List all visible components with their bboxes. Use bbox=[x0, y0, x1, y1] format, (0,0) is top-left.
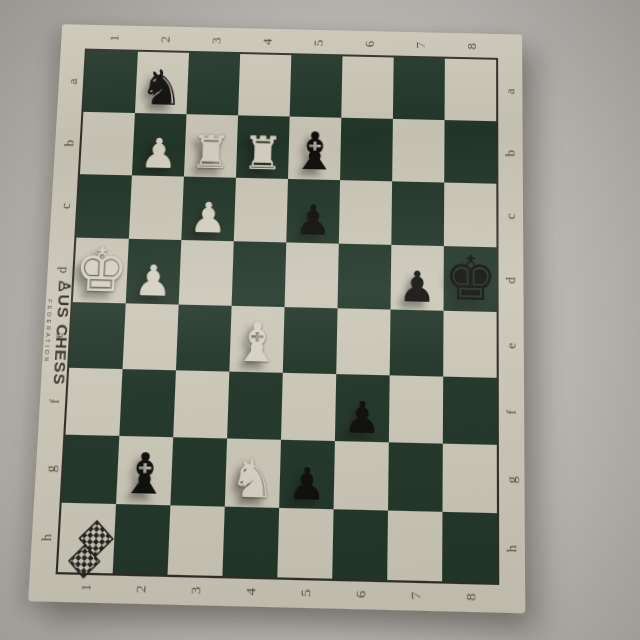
coord-label-top-8-7: 8 bbox=[464, 43, 477, 50]
square-h4 bbox=[222, 507, 279, 578]
coord-label-bottom-5-4: 5 bbox=[297, 589, 311, 597]
white-rook-b4: ♜ bbox=[236, 130, 289, 177]
vinyl-chess-board: ♞♟♜♜♝♟♟♚♟♟♚♝♟♝♞♟ ♙US CHESS FEDERATION bbox=[28, 24, 525, 613]
square-h8 bbox=[442, 512, 497, 583]
square-a6 bbox=[341, 56, 393, 119]
coord-label-bottom-2-1: 2 bbox=[132, 585, 146, 593]
coord-label-bottom-3-2: 3 bbox=[187, 586, 201, 594]
square-d8: ♚ bbox=[444, 246, 497, 312]
black-bishop-g2: ♝ bbox=[116, 445, 173, 503]
coord-label-top-4-3: 4 bbox=[260, 38, 273, 45]
square-c5: ♟ bbox=[286, 179, 340, 244]
square-f2 bbox=[119, 369, 176, 437]
square-e4: ♝ bbox=[229, 306, 284, 373]
square-b6 bbox=[340, 118, 393, 182]
coord-label-top-6-5: 6 bbox=[362, 41, 375, 48]
square-g1 bbox=[62, 435, 120, 504]
coord-label-right-f-5: f bbox=[504, 409, 518, 414]
photo-background: ♞♟♜♜♝♟♟♚♟♟♚♝♟♝♞♟ ♙US CHESS FEDERATION bbox=[0, 0, 640, 640]
square-f8 bbox=[443, 377, 497, 445]
square-b1 bbox=[80, 112, 135, 176]
coord-label-right-c-2: c bbox=[503, 213, 516, 219]
square-a3 bbox=[186, 53, 240, 115]
square-c2 bbox=[129, 175, 184, 240]
square-d5 bbox=[285, 242, 339, 308]
coord-label-right-e-4: e bbox=[503, 342, 517, 349]
coord-label-bottom-8-7: 8 bbox=[463, 593, 477, 601]
square-g4: ♞ bbox=[225, 438, 281, 507]
white-pawn-c3: ♟ bbox=[181, 196, 235, 239]
square-d1: ♚ bbox=[73, 238, 129, 304]
coord-label-left-f-5: f bbox=[47, 398, 61, 403]
coord-label-right-d-3: d bbox=[503, 276, 516, 283]
coord-label-right-a-0: a bbox=[503, 88, 516, 94]
square-b4: ♜ bbox=[236, 115, 290, 179]
coord-label-left-e-4: e bbox=[51, 331, 65, 338]
coord-label-left-h-7: h bbox=[39, 533, 53, 541]
square-e3 bbox=[176, 305, 232, 372]
square-h6 bbox=[332, 509, 388, 580]
white-pawn-d2: ♟ bbox=[126, 259, 181, 303]
square-g8 bbox=[442, 444, 496, 514]
square-e8 bbox=[443, 311, 497, 378]
coord-label-right-h-7: h bbox=[504, 544, 518, 552]
pawn-logo-icon: ♙ bbox=[55, 279, 73, 295]
square-c4 bbox=[234, 178, 288, 243]
white-king-d1: ♚ bbox=[73, 239, 129, 302]
square-g6 bbox=[334, 441, 389, 510]
black-bishop-b5: ♝ bbox=[288, 125, 341, 178]
coord-label-top-5-4: 5 bbox=[311, 39, 324, 46]
square-b5: ♝ bbox=[288, 117, 341, 181]
coord-label-top-3-2: 3 bbox=[208, 37, 221, 44]
square-c1 bbox=[76, 174, 132, 239]
coord-label-right-g-6: g bbox=[504, 475, 518, 483]
square-c3: ♟ bbox=[181, 177, 236, 242]
square-c7 bbox=[391, 181, 444, 246]
square-h2 bbox=[113, 504, 171, 575]
coord-label-bottom-4-3: 4 bbox=[242, 588, 256, 596]
coord-label-left-g-6: g bbox=[43, 464, 57, 472]
coord-label-left-d-3: d bbox=[54, 266, 68, 273]
square-a7 bbox=[393, 58, 445, 121]
square-f4 bbox=[227, 372, 283, 440]
square-a2: ♞ bbox=[135, 52, 189, 114]
square-e5 bbox=[283, 307, 338, 374]
square-h3 bbox=[168, 505, 225, 576]
square-b2: ♟ bbox=[132, 113, 187, 177]
coord-label-bottom-1-0: 1 bbox=[77, 584, 91, 592]
white-pawn-b2: ♟ bbox=[132, 132, 186, 174]
white-rook-b3: ♜ bbox=[184, 128, 238, 175]
square-e1 bbox=[69, 302, 126, 369]
black-pawn-f6: ♟ bbox=[335, 395, 389, 440]
square-d7: ♟ bbox=[391, 245, 444, 311]
white-bishop-e4: ♝ bbox=[229, 314, 284, 370]
square-g2: ♝ bbox=[116, 436, 173, 505]
square-c6 bbox=[339, 180, 392, 245]
square-f6: ♟ bbox=[335, 374, 390, 442]
square-f5 bbox=[281, 373, 336, 441]
square-a8 bbox=[445, 59, 497, 122]
square-g5: ♟ bbox=[279, 440, 335, 509]
square-f7 bbox=[389, 375, 443, 443]
square-e2 bbox=[123, 303, 179, 370]
coord-label-bottom-7-6: 7 bbox=[407, 592, 421, 600]
square-h5 bbox=[277, 508, 333, 579]
square-d3 bbox=[179, 240, 234, 306]
square-h7 bbox=[387, 511, 442, 582]
square-f3 bbox=[173, 370, 229, 438]
black-king-d8: ♚ bbox=[444, 247, 497, 310]
square-a5 bbox=[290, 55, 343, 118]
square-b8 bbox=[444, 120, 496, 184]
white-knight-g4: ♞ bbox=[225, 451, 281, 506]
coord-label-left-c-2: c bbox=[58, 202, 72, 208]
square-c8 bbox=[444, 183, 497, 248]
board-perspective-wrap: ♞♟♜♜♝♟♟♚♟♟♚♝♟♝♞♟ ♙US CHESS FEDERATION bbox=[28, 24, 525, 613]
coord-label-left-b-1: b bbox=[62, 139, 76, 146]
square-a1 bbox=[83, 51, 138, 113]
black-pawn-c5: ♟ bbox=[286, 199, 339, 242]
square-f1 bbox=[65, 368, 122, 436]
black-pawn-d7: ♟ bbox=[391, 265, 444, 309]
square-e6 bbox=[336, 308, 390, 375]
square-b3: ♜ bbox=[184, 114, 238, 178]
black-pawn-g5: ♟ bbox=[279, 461, 334, 507]
square-b7 bbox=[392, 119, 444, 183]
square-d4 bbox=[232, 241, 287, 307]
square-e7 bbox=[390, 310, 444, 377]
coord-label-top-2-1: 2 bbox=[157, 36, 170, 43]
coord-label-right-b-1: b bbox=[503, 149, 516, 156]
black-knight-a2: ♞ bbox=[135, 63, 189, 112]
square-d2: ♟ bbox=[126, 239, 182, 305]
square-a4 bbox=[238, 54, 291, 116]
square-g7 bbox=[388, 442, 443, 512]
coord-label-left-a-0: a bbox=[65, 78, 78, 84]
square-h1 bbox=[58, 503, 116, 574]
square-d6 bbox=[338, 244, 392, 310]
coord-label-top-7-6: 7 bbox=[413, 42, 426, 49]
coord-label-top-1-0: 1 bbox=[106, 35, 119, 42]
square-g3 bbox=[170, 437, 227, 506]
playing-area: ♞♟♜♜♝♟♟♚♟♟♚♝♟♝♞♟ bbox=[58, 51, 497, 583]
coord-label-bottom-6-5: 6 bbox=[352, 590, 366, 598]
